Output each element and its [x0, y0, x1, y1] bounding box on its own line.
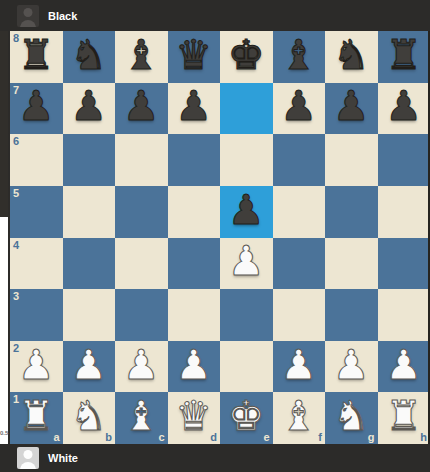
black-queen-d8[interactable]: ♛: [175, 35, 212, 76]
black-knight-g8[interactable]: ♞: [333, 35, 370, 76]
black-player-name: Black: [48, 10, 77, 22]
white-pawn-f2[interactable]: ♟: [280, 345, 317, 386]
avatar-torso: [20, 462, 36, 469]
square-h1[interactable]: h♜: [378, 392, 430, 444]
square-b7[interactable]: ♟: [63, 83, 116, 135]
square-f2[interactable]: ♟: [273, 341, 326, 393]
white-knight-g1[interactable]: ♞: [333, 396, 370, 437]
avatar-torso: [20, 20, 36, 27]
rank-label-8: 8: [13, 32, 19, 44]
black-knight-b8[interactable]: ♞: [70, 35, 107, 76]
avatar-head: [24, 8, 33, 17]
square-g3[interactable]: [325, 289, 378, 341]
square-e5[interactable]: ♟: [220, 186, 273, 238]
black-bishop-f8[interactable]: ♝: [280, 35, 317, 76]
square-g7[interactable]: ♟: [325, 83, 378, 135]
square-d8[interactable]: ♛: [168, 31, 221, 83]
file-label-e: e: [263, 432, 269, 443]
square-g5[interactable]: [325, 186, 378, 238]
white-bishop-c1[interactable]: ♝: [123, 396, 160, 437]
square-a5[interactable]: 5: [10, 186, 63, 238]
square-b1[interactable]: b♞: [63, 392, 116, 444]
square-g8[interactable]: ♞: [325, 31, 378, 83]
eval-score: 0.5: [0, 430, 8, 436]
square-c4[interactable]: [115, 238, 168, 290]
square-f3[interactable]: [273, 289, 326, 341]
player-bar-white: White: [0, 444, 430, 472]
square-g1[interactable]: g♞: [325, 392, 378, 444]
white-avatar-icon[interactable]: [17, 447, 39, 469]
white-king-e1[interactable]: ♚: [228, 396, 265, 437]
white-pawn-d2[interactable]: ♟: [175, 345, 212, 386]
square-h6[interactable]: [378, 134, 430, 186]
square-f5[interactable]: [273, 186, 326, 238]
square-e1[interactable]: e♚: [220, 392, 273, 444]
square-b8[interactable]: ♞: [63, 31, 116, 83]
eval-bar-black-section: [0, 31, 8, 217]
square-a8[interactable]: 8♜: [10, 31, 63, 83]
square-d5[interactable]: [168, 186, 221, 238]
square-f8[interactable]: ♝: [273, 31, 326, 83]
square-e7[interactable]: [220, 83, 273, 135]
white-pawn-h2[interactable]: ♟: [385, 345, 422, 386]
rank-label-1: 1: [13, 393, 19, 405]
rank-label-4: 4: [13, 239, 19, 251]
square-b5[interactable]: [63, 186, 116, 238]
square-c3[interactable]: [115, 289, 168, 341]
white-pawn-b2[interactable]: ♟: [70, 345, 107, 386]
square-d4[interactable]: [168, 238, 221, 290]
square-h5[interactable]: [378, 186, 430, 238]
black-avatar-icon[interactable]: [17, 5, 39, 27]
chess-app: Black 0.5 8♜♞♝♛♚♝♞♜7♟♟♟♟♟♟♟65♟4♟32♟♟♟♟♟♟…: [0, 0, 430, 472]
eval-bar-white-section: 0.5: [0, 217, 8, 444]
chess-board: 8♜♞♝♛♚♝♞♜7♟♟♟♟♟♟♟65♟4♟32♟♟♟♟♟♟♟1a♜b♞c♝d♛…: [10, 31, 430, 444]
square-a7[interactable]: 7♟: [10, 83, 63, 135]
square-a2[interactable]: 2♟: [10, 341, 63, 393]
square-c7[interactable]: ♟: [115, 83, 168, 135]
rank-label-7: 7: [13, 84, 19, 96]
square-a4[interactable]: 4: [10, 238, 63, 290]
black-pawn-d7[interactable]: ♟: [175, 86, 212, 127]
square-g2[interactable]: ♟: [325, 341, 378, 393]
square-h3[interactable]: [378, 289, 430, 341]
black-pawn-a7[interactable]: ♟: [18, 86, 55, 127]
eval-bar: 0.5: [0, 31, 8, 444]
square-c8[interactable]: ♝: [115, 31, 168, 83]
square-e4[interactable]: ♟: [220, 238, 273, 290]
rank-label-3: 3: [13, 290, 19, 302]
square-c6[interactable]: [115, 134, 168, 186]
square-e3[interactable]: [220, 289, 273, 341]
white-rook-h1[interactable]: ♜: [385, 396, 422, 437]
white-pawn-c2[interactable]: ♟: [123, 345, 160, 386]
white-bishop-f1[interactable]: ♝: [280, 396, 317, 437]
file-label-c: c: [158, 432, 164, 443]
square-g4[interactable]: [325, 238, 378, 290]
white-queen-d1[interactable]: ♛: [175, 396, 212, 437]
black-bishop-c8[interactable]: ♝: [123, 35, 160, 76]
square-c1[interactable]: c♝: [115, 392, 168, 444]
square-f1[interactable]: f♝: [273, 392, 326, 444]
black-pawn-b7[interactable]: ♟: [70, 86, 107, 127]
rank-label-5: 5: [13, 187, 19, 199]
player-bar-black: Black: [0, 0, 430, 31]
black-pawn-e5[interactable]: ♟: [228, 190, 265, 231]
white-knight-b1[interactable]: ♞: [70, 396, 107, 437]
square-a1[interactable]: 1a♜: [10, 392, 63, 444]
square-h7[interactable]: ♟: [378, 83, 430, 135]
black-rook-a8[interactable]: ♜: [18, 35, 55, 76]
file-label-h: h: [420, 432, 427, 443]
black-pawn-h7[interactable]: ♟: [385, 86, 422, 127]
rank-label-6: 6: [13, 135, 19, 147]
square-e2[interactable]: [220, 341, 273, 393]
square-f7[interactable]: ♟: [273, 83, 326, 135]
avatar-head: [24, 450, 33, 459]
white-player-name: White: [48, 452, 78, 464]
file-label-g: g: [368, 432, 375, 443]
black-king-e8[interactable]: ♚: [228, 35, 265, 76]
black-pawn-g7[interactable]: ♟: [333, 86, 370, 127]
square-d3[interactable]: [168, 289, 221, 341]
square-b6[interactable]: [63, 134, 116, 186]
file-label-d: d: [210, 432, 217, 443]
square-e6[interactable]: [220, 134, 273, 186]
square-b4[interactable]: [63, 238, 116, 290]
square-d2[interactable]: ♟: [168, 341, 221, 393]
rank-label-2: 2: [13, 342, 19, 354]
square-h2[interactable]: ♟: [378, 341, 430, 393]
black-rook-h8[interactable]: ♜: [385, 35, 422, 76]
white-pawn-g2[interactable]: ♟: [333, 345, 370, 386]
square-b3[interactable]: [63, 289, 116, 341]
file-label-f: f: [318, 432, 322, 443]
square-c2[interactable]: ♟: [115, 341, 168, 393]
file-label-a: a: [53, 432, 59, 443]
board-area: 0.5 8♜♞♝♛♚♝♞♜7♟♟♟♟♟♟♟65♟4♟32♟♟♟♟♟♟♟1a♜b♞…: [0, 31, 430, 444]
square-h4[interactable]: [378, 238, 430, 290]
square-c5[interactable]: [115, 186, 168, 238]
square-e8[interactable]: ♚: [220, 31, 273, 83]
file-label-b: b: [105, 432, 112, 443]
square-f4[interactable]: [273, 238, 326, 290]
black-pawn-f7[interactable]: ♟: [280, 86, 317, 127]
square-d1[interactable]: d♛: [168, 392, 221, 444]
white-pawn-e4[interactable]: ♟: [228, 241, 265, 282]
square-a3[interactable]: 3: [10, 289, 63, 341]
square-g6[interactable]: [325, 134, 378, 186]
square-b2[interactable]: ♟: [63, 341, 116, 393]
square-h8[interactable]: ♜: [378, 31, 430, 83]
square-d7[interactable]: ♟: [168, 83, 221, 135]
square-d6[interactable]: [168, 134, 221, 186]
white-pawn-a2[interactable]: ♟: [18, 345, 55, 386]
square-a6[interactable]: 6: [10, 134, 63, 186]
white-rook-a1[interactable]: ♜: [18, 396, 55, 437]
black-pawn-c7[interactable]: ♟: [123, 86, 160, 127]
square-f6[interactable]: [273, 134, 326, 186]
